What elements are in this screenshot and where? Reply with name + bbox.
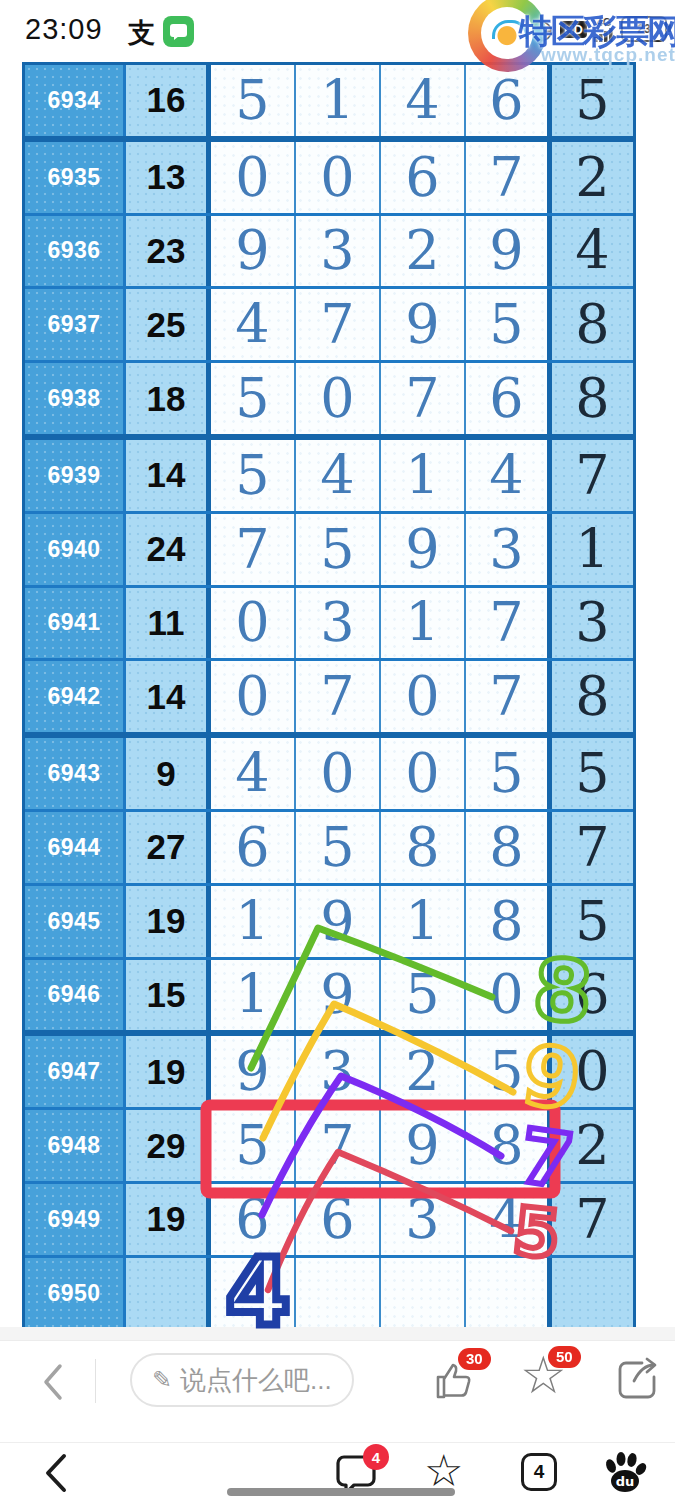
digit-cell: 4 <box>211 289 296 360</box>
table-row: 69402475931 <box>25 514 633 588</box>
digit-cell: 7 <box>466 588 552 659</box>
period-cell: 6937 <box>25 289 126 360</box>
digit-cell: 0 <box>211 142 296 213</box>
period-cell: 6947 <box>25 1036 126 1107</box>
period-cell: 6935 <box>25 142 126 213</box>
digit-cell: 7 <box>466 142 552 213</box>
digit-cell: 3 <box>466 514 552 585</box>
digit-cell: 8 <box>466 812 552 883</box>
period-cell: 6942 <box>25 661 126 732</box>
digit-cell: 0 <box>296 738 381 809</box>
digit-cell: 6 <box>211 812 296 883</box>
status-bar: 23:09 支 ◷ HD 4G 23 <box>0 0 675 62</box>
digit-cell: 7 <box>211 514 296 585</box>
table-row: 69451919185 <box>25 886 633 960</box>
digit-cell: 1 <box>211 960 296 1031</box>
period-cell: 6945 <box>25 886 126 957</box>
table-row: 69461519506 <box>25 960 633 1037</box>
tail-cell: 8 <box>552 661 633 732</box>
sum-cell <box>126 1258 211 1329</box>
sum-cell: 25 <box>126 289 211 360</box>
sum-cell: 19 <box>126 1036 211 1107</box>
digit-cell: 0 <box>296 142 381 213</box>
digit-cell: 7 <box>466 661 552 732</box>
tail-cell: 8 <box>552 289 633 360</box>
digit-cell: 1 <box>296 65 381 136</box>
tail-cell: 7 <box>552 440 633 511</box>
digit-cell: 7 <box>296 661 381 732</box>
table-row: 69482957982 <box>25 1110 633 1184</box>
period-cell: 6948 <box>25 1110 126 1181</box>
digit-cell: 5 <box>466 1036 552 1107</box>
tabs-button[interactable]: 4 <box>521 1453 557 1491</box>
digit-cell: 0 <box>211 588 296 659</box>
digit-cell: 6 <box>296 1184 381 1255</box>
messages-icon <box>163 16 194 47</box>
tail-cell: 7 <box>552 1184 633 1255</box>
digit-cell: 1 <box>381 886 466 957</box>
tail-cell: 2 <box>552 1110 633 1181</box>
digit-cell: 1 <box>211 886 296 957</box>
comment-placeholder: 说点什么吧... <box>180 1363 332 1398</box>
digit-cell: 8 <box>466 886 552 957</box>
digit-cell: 5 <box>466 738 552 809</box>
sum-cell: 13 <box>126 142 211 213</box>
digit-cell: 1 <box>381 440 466 511</box>
svg-text:du: du <box>616 1474 635 1489</box>
digit-cell: 0 <box>381 661 466 732</box>
digit-cell <box>296 1258 381 1329</box>
digit-cell <box>211 1258 296 1329</box>
digit-cell: 8 <box>381 812 466 883</box>
comments-badge: 4 <box>363 1444 389 1470</box>
period-cell: 6946 <box>25 960 126 1031</box>
home-indicator[interactable] <box>227 1488 455 1496</box>
sum-cell: 29 <box>126 1110 211 1181</box>
digit-cell: 5 <box>211 65 296 136</box>
digit-cell: 6 <box>466 363 552 434</box>
period-cell: 6939 <box>25 440 126 511</box>
digit-cell: 9 <box>296 886 381 957</box>
sum-cell: 18 <box>126 363 211 434</box>
tail-cell: 0 <box>552 1036 633 1107</box>
sum-cell: 23 <box>126 216 211 287</box>
sum-cell: 14 <box>126 661 211 732</box>
digit-cell: 5 <box>381 960 466 1031</box>
sum-cell: 15 <box>126 960 211 1031</box>
table-row: 69381850768 <box>25 363 633 440</box>
period-cell: 6936 <box>25 216 126 287</box>
period-cell: 6950 <box>25 1258 126 1329</box>
table-bottom-gap <box>0 1327 675 1340</box>
period-cell: 6949 <box>25 1184 126 1255</box>
tail-cell: 7 <box>552 812 633 883</box>
sum-cell: 16 <box>126 65 211 136</box>
tail-cell <box>552 1258 633 1329</box>
divider <box>95 1359 96 1403</box>
digit-cell: 1 <box>381 588 466 659</box>
alipay-icon: 支 <box>128 15 155 51</box>
period-cell: 6940 <box>25 514 126 585</box>
digit-cell <box>381 1258 466 1329</box>
digit-cell: 0 <box>296 363 381 434</box>
table-row: 69391454147 <box>25 440 633 514</box>
digit-cell: 9 <box>381 1110 466 1181</box>
table-row: 69351300672 <box>25 142 633 216</box>
back-chevron-icon[interactable] <box>42 1363 64 1405</box>
digit-cell: 7 <box>296 1110 381 1181</box>
digit-cell: 9 <box>466 216 552 287</box>
period-cell: 6943 <box>25 738 126 809</box>
digit-cell: 7 <box>381 363 466 434</box>
tail-cell: 6 <box>552 960 633 1031</box>
digit-cell: 2 <box>381 216 466 287</box>
table-row: 69362393294 <box>25 216 633 290</box>
digit-cell: 5 <box>211 1110 296 1181</box>
digit-cell <box>466 1258 552 1329</box>
sum-cell: 19 <box>126 886 211 957</box>
tail-cell: 5 <box>552 886 633 957</box>
sum-cell: 24 <box>126 514 211 585</box>
digit-cell: 3 <box>296 216 381 287</box>
battery-icon: 23 <box>621 16 667 42</box>
table-row: 69341651465 <box>25 65 633 142</box>
sum-cell: 19 <box>126 1184 211 1255</box>
table-row: 69421407078 <box>25 661 633 738</box>
digit-cell: 5 <box>466 289 552 360</box>
sum-cell: 27 <box>126 812 211 883</box>
table-row: 69442765887 <box>25 812 633 886</box>
tail-cell: 2 <box>552 142 633 213</box>
sum-cell: 14 <box>126 440 211 511</box>
digit-cell: 3 <box>296 1036 381 1107</box>
alarm-icon: ◷ <box>531 16 554 42</box>
baidu-paw-icon[interactable]: du <box>600 1451 648 1499</box>
digit-cell: 5 <box>211 363 296 434</box>
digit-cell: 9 <box>296 960 381 1031</box>
table-row: 69471993250 <box>25 1036 633 1110</box>
digit-cell: 6 <box>211 1184 296 1255</box>
digit-cell: 6 <box>466 65 552 136</box>
digit-cell: 3 <box>296 588 381 659</box>
digit-cell: 4 <box>211 738 296 809</box>
digit-cell: 4 <box>466 440 552 511</box>
pencil-icon: ✎ <box>152 1368 172 1392</box>
digit-cell: 3 <box>381 1184 466 1255</box>
trend-table: 6934165146569351300672693623932946937254… <box>22 62 636 1332</box>
tail-cell: 8 <box>552 363 633 434</box>
digit-cell: 2 <box>381 1036 466 1107</box>
digit-cell: 4 <box>466 1184 552 1255</box>
table-row: 69491966347 <box>25 1184 633 1258</box>
table-row: 6943940055 <box>25 738 633 812</box>
digit-cell: 9 <box>381 514 466 585</box>
comment-input[interactable]: ✎ 说点什么吧... <box>130 1353 354 1407</box>
digit-cell: 5 <box>296 812 381 883</box>
digit-cell: 6 <box>381 142 466 213</box>
tail-cell: 5 <box>552 738 633 809</box>
like-badge: 30 <box>458 1348 491 1370</box>
digit-cell: 4 <box>296 440 381 511</box>
digit-cell: 9 <box>211 1036 296 1107</box>
period-cell: 6944 <box>25 812 126 883</box>
digit-cell: 0 <box>211 661 296 732</box>
period-cell: 6934 <box>25 65 126 136</box>
digit-cell: 7 <box>296 289 381 360</box>
period-cell: 6938 <box>25 363 126 434</box>
table-row: 6950 <box>25 1258 633 1329</box>
digit-cell: 5 <box>211 440 296 511</box>
tail-cell: 4 <box>552 216 633 287</box>
digit-cell: 4 <box>381 65 466 136</box>
digit-cell: 8 <box>466 1110 552 1181</box>
digit-cell: 5 <box>296 514 381 585</box>
digit-cell: 9 <box>381 289 466 360</box>
tail-cell: 3 <box>552 588 633 659</box>
digit-cell: 0 <box>381 738 466 809</box>
nav-back-chevron-icon[interactable] <box>44 1453 68 1497</box>
clock-time: 23:09 <box>25 13 103 46</box>
digit-cell: 9 <box>211 216 296 287</box>
comment-bar: ✎ 说点什么吧... 30 ☆ 50 <box>0 1340 675 1421</box>
table-row: 69411103173 <box>25 588 633 662</box>
tail-cell: 1 <box>552 514 633 585</box>
hd-icon: HD <box>560 21 587 38</box>
share-icon[interactable] <box>616 1357 658 1405</box>
sum-cell: 11 <box>126 588 211 659</box>
period-cell: 6941 <box>25 588 126 659</box>
favorite-badge: 50 <box>548 1346 581 1368</box>
table-row: 69372547958 <box>25 289 633 363</box>
sum-cell: 9 <box>126 738 211 809</box>
tail-cell: 5 <box>552 65 633 136</box>
digit-cell: 0 <box>466 960 552 1031</box>
signal-icon: 4G <box>594 17 614 42</box>
